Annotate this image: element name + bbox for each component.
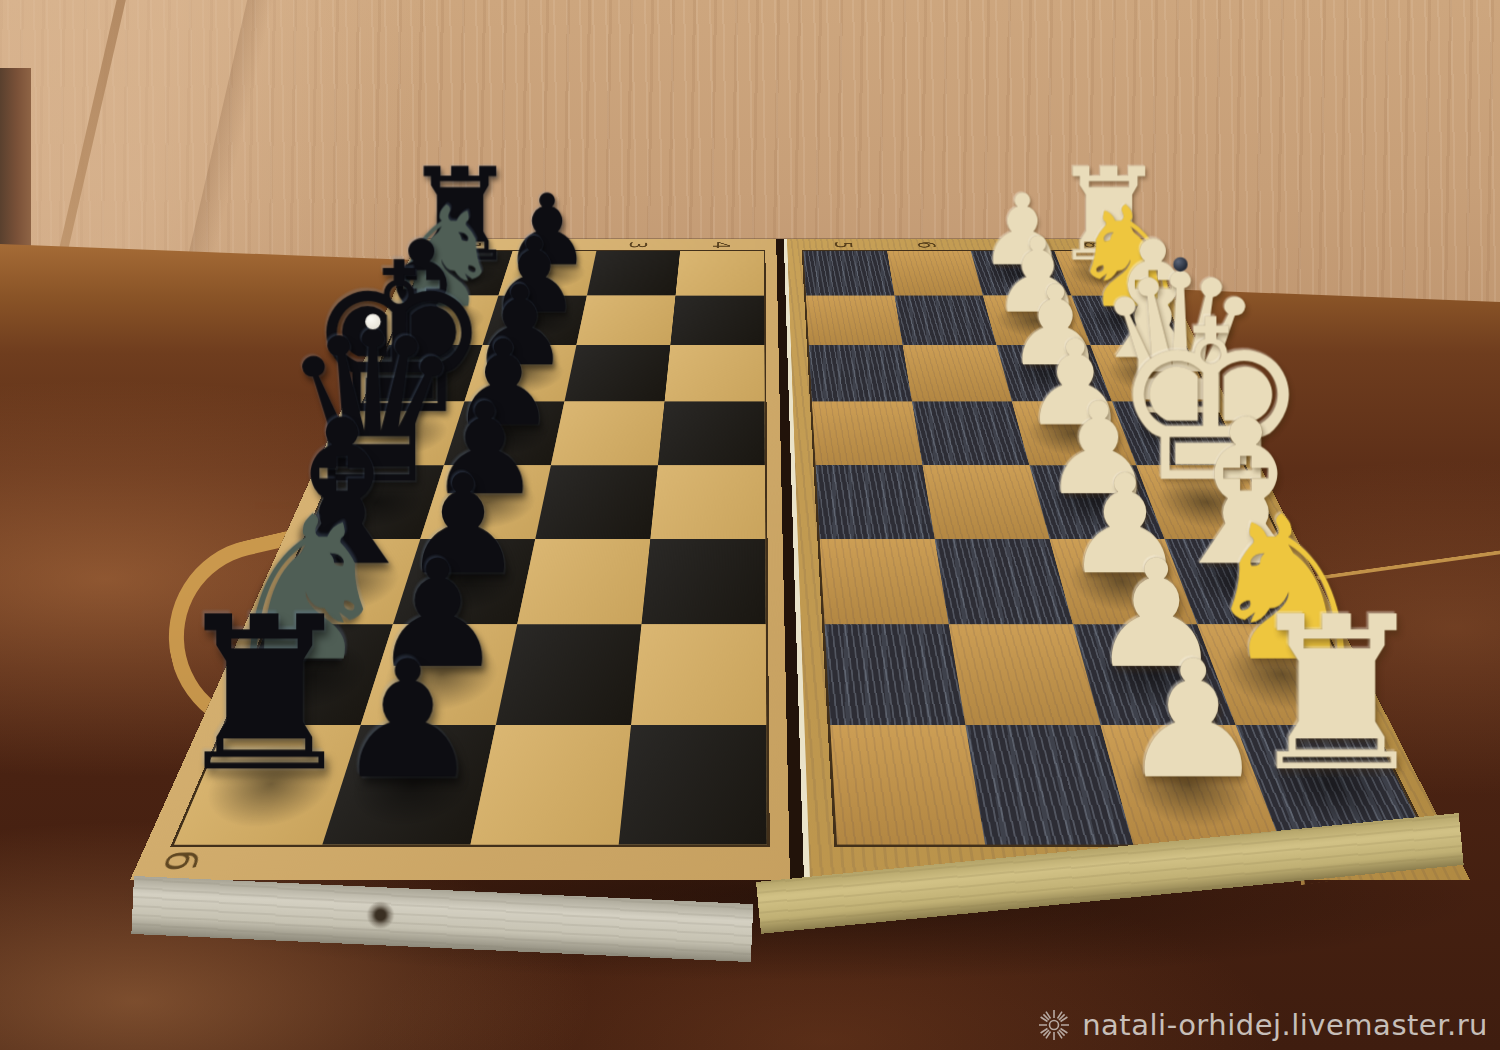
watermark-text: natali-orhidej.livemaster.ru (1082, 1008, 1488, 1042)
coordinate-number: 5 (830, 226, 857, 264)
square-r4c4[interactable] (816, 465, 935, 539)
starburst-icon (1038, 1009, 1070, 1041)
board-right-half: 5678 ♟♜♟♞♟♝♟♛♟♚♟♝♟♞♟♜ (784, 239, 1470, 880)
board-perspective-scene: 1234 ♜♟♞♟♝♟♚♟♛♟♝♟♞♟♜♟ б 5678 ♟♜♟♞♟♝♟♛♟♚♟… (130, 0, 1470, 880)
square-r3c4[interactable] (812, 401, 923, 465)
coordinate-number: 4 (708, 226, 733, 264)
chess-board[interactable]: 1234 ♜♟♞♟♝♟♚♟♛♟♝♟♞♟♜♟ б 5678 ♟♜♟♞♟♝♟♛♟♚♟… (130, 239, 1470, 880)
board-right-grid: ♟♜♟♞♟♝♟♛♟♚♟♝♟♞♟♜ (802, 250, 1434, 847)
near-edge-letter: б (153, 851, 207, 871)
square-r6c3[interactable] (631, 624, 766, 724)
queen-finial-ball (1173, 257, 1187, 271)
square-r5c3[interactable] (641, 539, 765, 624)
queen-finial-ball (365, 314, 380, 329)
board-left-grid: ♜♟♞♟♝♟♚♟♛♟♝♟♞♟♜♟ (170, 250, 770, 847)
square-r1c3[interactable] (670, 295, 764, 345)
square-r4c3[interactable] (650, 465, 765, 539)
square-r7c3[interactable] (619, 725, 767, 845)
square-r1c4[interactable] (806, 295, 903, 345)
piece-black-pawn[interactable]: ♟ (279, 639, 536, 801)
square-r5c4[interactable] (820, 539, 949, 624)
square-r2c3[interactable] (665, 345, 765, 401)
watermark: natali-orhidej.livemaster.ru (1038, 1008, 1488, 1042)
piece-white-rook[interactable]: ♜ (1208, 589, 1465, 801)
square-r7c1[interactable]: ♟ (322, 725, 496, 845)
photo-scene: 1234 ♜♟♞♟♝♟♚♟♛♟♝♟♞♟♜♟ б 5678 ♟♜♟♞♟♝♟♛♟♚♟… (0, 0, 1500, 1050)
square-r6c4[interactable] (825, 624, 966, 724)
square-r7c4[interactable] (830, 725, 985, 845)
square-r3c3[interactable] (658, 401, 765, 465)
square-r2c4[interactable] (809, 345, 912, 401)
board-left-half: 1234 ♜♟♞♟♝♟♚♟♛♟♝♟♞♟♜♟ б (130, 239, 790, 880)
